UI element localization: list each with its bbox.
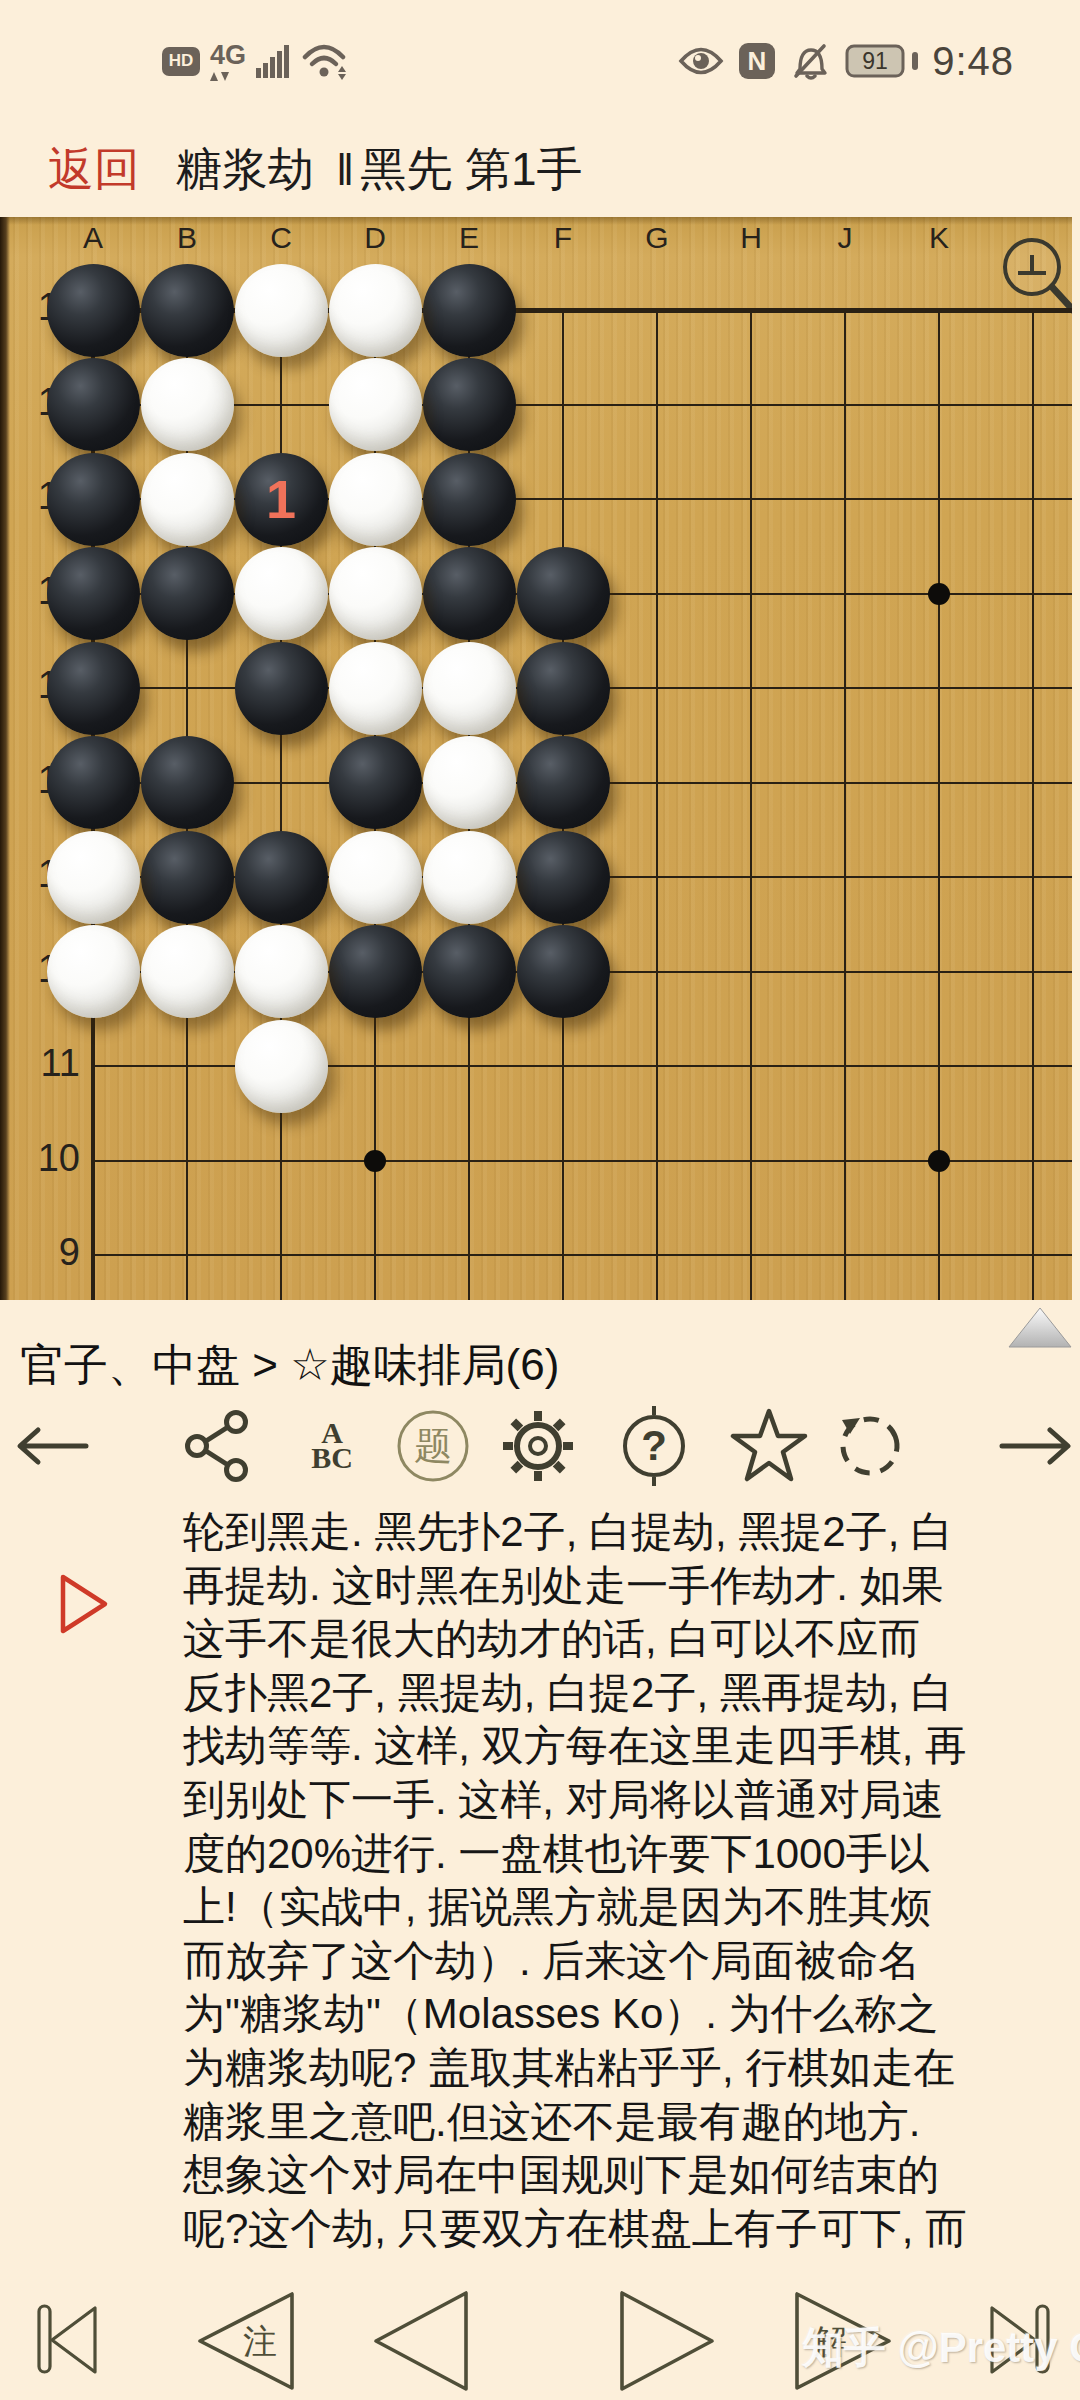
svg-text:注: 注 <box>243 2322 277 2360</box>
toolbar-back-arrow-button[interactable] <box>14 1398 90 1494</box>
description-line: 轮到黑走. 黑先扑2子, 白提劫, 黑提2子, 白 <box>183 1505 1073 1559</box>
white-stone-C11 <box>235 1020 328 1113</box>
column-label: E <box>447 221 491 255</box>
share-icon[interactable] <box>184 1398 252 1494</box>
hd-icon: HD <box>162 47 200 76</box>
black-stone-E19 <box>423 264 516 357</box>
black-stone-A16 <box>47 547 140 640</box>
battery-indicator: 91 <box>845 42 919 80</box>
black-stone-D14 <box>329 736 422 829</box>
toolbar-forward-arrow-button[interactable] <box>998 1398 1074 1494</box>
help-icon[interactable]: ? <box>619 1398 689 1494</box>
svg-text:91: 91 <box>862 48 888 74</box>
nav-previous-button[interactable] <box>372 2286 470 2396</box>
white-stone-E14 <box>423 736 516 829</box>
white-stone-C12 <box>235 925 328 1018</box>
white-stone-B18 <box>141 358 234 451</box>
star-point <box>928 583 950 605</box>
network-4g-indicator: 4G <box>210 42 246 81</box>
white-stone-B17 <box>141 453 234 546</box>
column-label: F <box>541 221 585 255</box>
white-stone-E15 <box>423 642 516 735</box>
black-stone-C13 <box>235 831 328 924</box>
black-stone-A15 <box>47 642 140 735</box>
white-stone-D15 <box>329 642 422 735</box>
svg-text:N: N <box>748 46 767 76</box>
white-stone-A13 <box>47 831 140 924</box>
column-label: A <box>71 221 115 255</box>
go-board[interactable]: ABCDEFGHJK1918171615141312111091 <box>0 217 1072 1300</box>
black-stone-B13 <box>141 831 234 924</box>
title-divider: ‖ <box>336 145 354 195</box>
collapse-panel-button[interactable] <box>1008 1307 1072 1349</box>
grid-hline <box>91 1254 1072 1256</box>
white-stone-A12 <box>47 925 140 1018</box>
white-stone-E13 <box>423 831 516 924</box>
column-label: H <box>729 221 773 255</box>
play-autoplay-button[interactable] <box>58 1572 112 1636</box>
description-line: 上!（实战中, 据说黑方就是因为不胜其烦 <box>183 1880 1073 1934</box>
description-line: 这手不是很大的劫才的话, 白可以不应而 <box>183 1612 1073 1666</box>
problem-description: 轮到黑走. 黑先扑2子, 白提劫, 黑提2子, 白再提劫. 这时黑在别处走一手作… <box>183 1505 1073 2255</box>
grid-vline <box>1032 308 1034 1300</box>
grid-vline <box>750 308 752 1300</box>
white-stone-D19 <box>329 264 422 357</box>
move-status: 黑先 第1手 <box>360 139 582 201</box>
back-button[interactable]: 返回 <box>48 139 140 201</box>
board-left-edge <box>0 217 10 1300</box>
black-stone-B16 <box>141 547 234 640</box>
white-stone-C19 <box>235 264 328 357</box>
row-label: 11 <box>16 1042 80 1085</box>
column-label: J <box>823 221 867 255</box>
column-label: C <box>259 221 303 255</box>
black-stone-A18 <box>47 358 140 451</box>
category-breadcrumb[interactable]: 官子、中盘 > ☆趣味排局(6) <box>20 1336 559 1395</box>
updown-arrows-icon <box>210 72 230 81</box>
settings-gear-icon[interactable] <box>499 1398 577 1494</box>
nav-first-move-button[interactable] <box>37 2304 99 2376</box>
black-stone-C15 <box>235 642 328 735</box>
description-line: 反扑黑2子, 黑提劫, 白提2子, 黑再提劫, 白 <box>183 1666 1073 1720</box>
row-label: 9 <box>16 1231 80 1274</box>
grid-vline <box>656 308 658 1300</box>
white-stone-B12 <box>141 925 234 1018</box>
row-label: 10 <box>16 1137 80 1180</box>
black-stone-E16 <box>423 547 516 640</box>
reset-refresh-icon[interactable] <box>834 1398 906 1494</box>
column-label: D <box>353 221 397 255</box>
mute-bell-icon <box>790 40 832 82</box>
description-line: 糖浆里之意吧.但这还不是最有趣的地方. <box>183 2095 1073 2149</box>
black-stone-E18 <box>423 358 516 451</box>
description-line: 想象这个对局在中国规则下是如何结束的 <box>183 2148 1073 2202</box>
white-stone-D16 <box>329 547 422 640</box>
clock: 9:48 <box>932 39 1014 84</box>
black-stone-F14 <box>517 736 610 829</box>
black-stone-C17: 1 <box>235 453 328 546</box>
wifi-icon <box>302 42 350 80</box>
column-label: G <box>635 221 679 255</box>
favorite-star-icon[interactable] <box>729 1398 809 1494</box>
black-stone-F15 <box>517 642 610 735</box>
white-stone-D17 <box>329 453 422 546</box>
white-stone-D18 <box>329 358 422 451</box>
black-stone-A14 <box>47 736 140 829</box>
toolbar: ABC 题 ? <box>0 1398 1080 1494</box>
black-stone-E17 <box>423 453 516 546</box>
column-label: K <box>917 221 961 255</box>
black-stone-B19 <box>141 264 234 357</box>
board-top-shade <box>0 217 1072 225</box>
description-line: 找劫等等. 这样, 双方每在这里走四手棋, 再 <box>183 1719 1073 1773</box>
black-stone-A19 <box>47 264 140 357</box>
svg-text:题: 题 <box>414 1425 452 1467</box>
description-line: 到别处下一手. 这样, 对局将以普通对局速 <box>183 1773 1073 1827</box>
black-stone-D12 <box>329 925 422 1018</box>
description-line: 度的20%进行. 一盘棋也许要下1000手以 <box>183 1827 1073 1881</box>
black-stone-A17 <box>47 453 140 546</box>
black-stone-F13 <box>517 831 610 924</box>
nav-next-button[interactable] <box>618 2286 716 2396</box>
black-stone-F16 <box>517 547 610 640</box>
status-bar: HD 4G N <box>0 28 1080 94</box>
title-bar: 返回 糖浆劫 ‖ 黑先 第1手 <box>0 134 1080 206</box>
star-point <box>928 1150 950 1172</box>
signal-bars-icon <box>256 44 292 78</box>
description-line: 为糖浆劫呢? 盖取其粘粘乎乎, 行棋如走在 <box>183 2041 1073 2095</box>
grid-hline <box>91 404 1072 406</box>
eye-comfort-icon <box>678 45 724 77</box>
zhihu-watermark: 知乎 @Pretty Girl <box>802 2320 1080 2376</box>
move-number-marker: 1 <box>235 453 328 546</box>
svg-text:?: ? <box>641 1422 667 1469</box>
black-stone-B14 <box>141 736 234 829</box>
white-stone-C16 <box>235 547 328 640</box>
description-line: 为"糖浆劫"（Molasses Ko）. 为什么称之 <box>183 1987 1073 2041</box>
description-line: 呢?这个劫, 只要双方在棋盘上有子可下, 而 <box>183 2202 1073 2256</box>
white-stone-D13 <box>329 831 422 924</box>
black-stone-F12 <box>517 925 610 1018</box>
grid-vline <box>844 308 846 1300</box>
description-line: 而放弃了这个劫）. 后来这个局面被命名 <box>183 1934 1073 1988</box>
description-line: 再提劫. 这时黑在别处走一手作劫才. 如果 <box>183 1559 1073 1613</box>
nav-notes-button[interactable]: 注 <box>194 2286 296 2396</box>
nfc-icon: N <box>737 41 777 81</box>
black-stone-E12 <box>423 925 516 1018</box>
zoom-magnifier-icon[interactable] <box>1000 235 1072 319</box>
star-point <box>364 1150 386 1172</box>
problem-title: 糖浆劫 <box>176 139 314 201</box>
abc-letters-icon[interactable]: ABC <box>311 1398 353 1494</box>
column-label: B <box>165 221 209 255</box>
grid-hline <box>91 1160 1072 1162</box>
problem-ti-icon[interactable]: 题 <box>395 1398 471 1494</box>
